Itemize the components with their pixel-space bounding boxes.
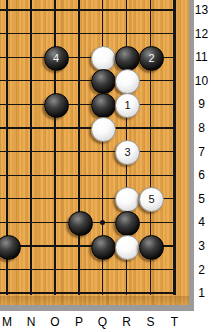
col-label-P: P: [71, 315, 87, 329]
row-label-1: 1: [191, 286, 212, 300]
stone-white-Q8: [91, 117, 116, 142]
stone-white-R7: 3: [115, 140, 140, 165]
go-board: [0, 0, 189, 305]
grid-line-row-13: [0, 9, 176, 10]
row-label-5: 5: [191, 192, 212, 206]
row-label-4: 4: [191, 215, 212, 229]
grid-line-col-P: [78, 0, 79, 295]
stone-black-S11: 2: [139, 46, 164, 71]
grid-line-col-O: [54, 0, 55, 295]
grid-line-row-12: [0, 33, 176, 34]
col-label-R: R: [119, 315, 135, 329]
col-label-S: S: [143, 315, 159, 329]
row-label-6: 6: [191, 168, 212, 182]
move-number-3: 3: [124, 147, 130, 158]
row-label-8: 8: [191, 121, 212, 135]
stone-black-O11: 4: [44, 46, 69, 71]
stone-white-R3: [115, 235, 140, 260]
row-label-11: 11: [191, 50, 212, 64]
grid-line-row-2: [0, 269, 176, 270]
col-label-Q: Q: [95, 315, 111, 329]
move-number-2: 2: [148, 53, 154, 64]
stone-black-Q3: [91, 235, 116, 260]
board-shadow-bottom: [0, 305, 194, 311]
grid-line-row-9: [0, 104, 176, 105]
row-label-12: 12: [191, 27, 212, 41]
move-number-1: 1: [124, 100, 130, 111]
star-point-Q4: [100, 220, 105, 225]
grid-line-row-6: [0, 175, 176, 176]
row-label-7: 7: [191, 145, 212, 159]
move-number-5: 5: [148, 194, 154, 205]
row-label-2: 2: [191, 263, 212, 277]
stone-black-P4: [68, 211, 93, 236]
stone-white-Q11: [91, 46, 116, 71]
grid-line-row-7: [0, 151, 176, 152]
col-label-T: T: [167, 315, 183, 329]
row-label-10: 10: [191, 74, 212, 88]
grid-line-col-T: [173, 0, 175, 295]
stone-black-O9: [44, 93, 69, 118]
row-label-3: 3: [191, 239, 212, 253]
stone-black-Q9: [91, 93, 116, 118]
stone-black-R11: [115, 46, 140, 71]
grid-line-row-1: [0, 292, 176, 294]
grid-line-row-8: [0, 127, 176, 128]
row-label-13: 13: [191, 3, 212, 17]
stone-black-M3: [0, 235, 21, 260]
col-label-M: M: [0, 315, 15, 329]
row-label-9: 9: [191, 97, 212, 111]
col-label-O: O: [47, 315, 63, 329]
move-number-4: 4: [53, 53, 59, 64]
stone-white-R9: 1: [115, 93, 140, 118]
go-diagram: 42135 13121110987654321MNOPQRST: [0, 0, 212, 332]
col-label-N: N: [23, 315, 39, 329]
grid-line-col-N: [30, 0, 31, 295]
stone-black-S3: [139, 235, 164, 260]
stone-black-R4: [115, 211, 140, 236]
board-edge-bevel: [0, 296, 189, 305]
grid-line-row-10: [0, 80, 176, 81]
